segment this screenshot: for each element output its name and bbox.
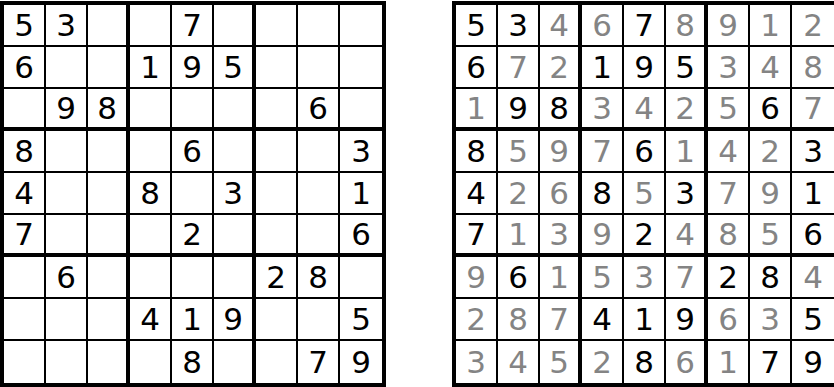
solution-cell-r5c4: 8	[582, 173, 624, 215]
solution-cell-r6c5: 2	[624, 215, 666, 257]
solution-cell-r7c8: 8	[750, 257, 792, 299]
solution-cell-r8c5: 1	[624, 299, 666, 341]
solution-cell-r2c3: 2	[540, 47, 582, 89]
solution-cell-r9c3: 5	[540, 341, 582, 383]
solution-cell-r5c3: 6	[540, 173, 582, 215]
puzzle-cell-r5c8	[298, 173, 340, 215]
solution-cell-r1c4: 6	[582, 5, 624, 47]
solution-cell-r9c5: 8	[624, 341, 666, 383]
puzzle-cell-r2c6: 5	[214, 47, 256, 89]
puzzle-cell-r1c6	[214, 5, 256, 47]
puzzle-cell-r2c1: 6	[4, 47, 46, 89]
solution-cell-r7c3: 1	[540, 257, 582, 299]
puzzle-cell-r1c9	[340, 5, 382, 47]
puzzle-cell-r6c7	[256, 215, 298, 257]
solution-cell-r8c2: 8	[498, 299, 540, 341]
solution-cell-r5c5: 5	[624, 173, 666, 215]
puzzle-cell-r6c5: 2	[172, 215, 214, 257]
puzzle-cell-r3c9	[340, 89, 382, 131]
puzzle-cell-r1c2: 3	[46, 5, 88, 47]
solution-cell-r7c2: 6	[498, 257, 540, 299]
solution-cell-r1c1: 5	[456, 5, 498, 47]
puzzle-cell-r3c4	[130, 89, 172, 131]
puzzle-cell-r4c1: 8	[4, 131, 46, 173]
puzzle-cell-r7c6	[214, 257, 256, 299]
solution-cell-r3c1: 1	[456, 89, 498, 131]
sudoku-diagram: 537619598686348317266284195879 534678912…	[0, 0, 834, 387]
puzzle-cell-r6c3	[88, 215, 130, 257]
solution-cell-r3c5: 4	[624, 89, 666, 131]
solution-cell-r1c8: 1	[750, 5, 792, 47]
puzzle-cell-r4c5: 6	[172, 131, 214, 173]
puzzle-cell-r8c2	[46, 299, 88, 341]
solution-cell-r2c7: 3	[708, 47, 750, 89]
puzzle-cell-r2c2	[46, 47, 88, 89]
puzzle-cell-r4c8	[298, 131, 340, 173]
puzzle-cell-r6c2	[46, 215, 88, 257]
puzzle-cell-r9c3	[88, 341, 130, 383]
solution-cell-r7c5: 3	[624, 257, 666, 299]
solution-cell-r7c9: 4	[792, 257, 834, 299]
puzzle-cell-r1c3	[88, 5, 130, 47]
puzzle-cell-r5c9: 1	[340, 173, 382, 215]
puzzle-cell-r1c8	[298, 5, 340, 47]
solution-cell-r5c1: 4	[456, 173, 498, 215]
solution-cell-r4c7: 4	[708, 131, 750, 173]
solution-cell-r4c5: 6	[624, 131, 666, 173]
solution-cell-r6c9: 6	[792, 215, 834, 257]
puzzle-cell-r7c8: 8	[298, 257, 340, 299]
puzzle-cell-r2c8	[298, 47, 340, 89]
solution-cell-r4c2: 5	[498, 131, 540, 173]
puzzle-cell-r1c5: 7	[172, 5, 214, 47]
solution-cell-r4c9: 3	[792, 131, 834, 173]
puzzle-cell-r2c4: 1	[130, 47, 172, 89]
puzzle-cell-r8c4: 4	[130, 299, 172, 341]
solution-cell-r2c2: 7	[498, 47, 540, 89]
solution-cell-r5c2: 2	[498, 173, 540, 215]
solution-cell-r4c8: 2	[750, 131, 792, 173]
puzzle-cell-r5c3	[88, 173, 130, 215]
puzzle-cell-r3c2: 9	[46, 89, 88, 131]
puzzle-cell-r7c7: 2	[256, 257, 298, 299]
puzzle-cell-r3c3: 8	[88, 89, 130, 131]
puzzle-cell-r8c7	[256, 299, 298, 341]
puzzle-cell-r4c6	[214, 131, 256, 173]
solution-cell-r5c6: 3	[666, 173, 708, 215]
solution-cell-r8c8: 3	[750, 299, 792, 341]
puzzle-cell-r8c3	[88, 299, 130, 341]
puzzle-cell-r9c2	[46, 341, 88, 383]
solution-cell-r3c3: 8	[540, 89, 582, 131]
solution-cell-r6c8: 5	[750, 215, 792, 257]
puzzle-cell-r3c8: 6	[298, 89, 340, 131]
solution-cell-r8c6: 9	[666, 299, 708, 341]
solution-cell-r8c7: 6	[708, 299, 750, 341]
puzzle-cell-r6c8	[298, 215, 340, 257]
solution-cell-r9c4: 2	[582, 341, 624, 383]
solution-cell-r7c7: 2	[708, 257, 750, 299]
puzzle-cell-r8c9: 5	[340, 299, 382, 341]
solution-cell-r9c7: 1	[708, 341, 750, 383]
puzzle-cell-r6c9: 6	[340, 215, 382, 257]
solution-cell-r2c4: 1	[582, 47, 624, 89]
puzzle-cell-r9c4	[130, 341, 172, 383]
puzzle-cell-r5c7	[256, 173, 298, 215]
solution-cell-r4c3: 9	[540, 131, 582, 173]
solution-cell-r5c9: 1	[792, 173, 834, 215]
solution-cell-r4c1: 8	[456, 131, 498, 173]
solution-cell-r3c2: 9	[498, 89, 540, 131]
puzzle-cell-r9c1	[4, 341, 46, 383]
solution-cell-r8c3: 7	[540, 299, 582, 341]
solution-cell-r1c6: 8	[666, 5, 708, 47]
solution-cell-r3c9: 7	[792, 89, 834, 131]
puzzle-cell-r1c1: 5	[4, 5, 46, 47]
puzzle-cell-r4c7	[256, 131, 298, 173]
puzzle-cell-r5c6: 3	[214, 173, 256, 215]
solution-cell-r2c8: 4	[750, 47, 792, 89]
puzzle-cell-r3c1	[4, 89, 46, 131]
solution-cell-r2c6: 5	[666, 47, 708, 89]
solution-cell-r7c1: 9	[456, 257, 498, 299]
solution-cell-r9c6: 6	[666, 341, 708, 383]
solution-board: 5346789126721953481983425678597614234268…	[452, 1, 834, 387]
puzzle-cell-r7c3	[88, 257, 130, 299]
solution-cell-r6c1: 7	[456, 215, 498, 257]
solution-cell-r1c5: 7	[624, 5, 666, 47]
solution-cell-r7c6: 7	[666, 257, 708, 299]
puzzle-cell-r9c9: 9	[340, 341, 382, 383]
solution-cell-r1c9: 2	[792, 5, 834, 47]
puzzle-cell-r9c6	[214, 341, 256, 383]
solution-cell-r2c9: 8	[792, 47, 834, 89]
puzzle-cell-r6c4	[130, 215, 172, 257]
puzzle-cell-r5c5	[172, 173, 214, 215]
puzzle-cell-r5c1: 4	[4, 173, 46, 215]
solution-cell-r8c1: 2	[456, 299, 498, 341]
puzzle-cell-r6c1: 7	[4, 215, 46, 257]
solution-cell-r8c4: 4	[582, 299, 624, 341]
puzzle-board: 537619598686348317266284195879	[0, 1, 386, 387]
puzzle-cell-r6c6	[214, 215, 256, 257]
solution-cell-r5c7: 7	[708, 173, 750, 215]
puzzle-cell-r7c5	[172, 257, 214, 299]
puzzle-cell-r7c2: 6	[46, 257, 88, 299]
puzzle-cell-r2c7	[256, 47, 298, 89]
puzzle-cell-r4c4	[130, 131, 172, 173]
puzzle-cell-r2c5: 9	[172, 47, 214, 89]
solution-cell-r1c2: 3	[498, 5, 540, 47]
solution-cell-r2c1: 6	[456, 47, 498, 89]
solution-cell-r6c2: 1	[498, 215, 540, 257]
puzzle-cell-r7c4	[130, 257, 172, 299]
puzzle-cell-r9c5: 8	[172, 341, 214, 383]
puzzle-cell-r8c1	[4, 299, 46, 341]
solution-cell-r9c9: 9	[792, 341, 834, 383]
puzzle-cell-r3c7	[256, 89, 298, 131]
puzzle-cell-r5c2	[46, 173, 88, 215]
solution-cell-r3c7: 5	[708, 89, 750, 131]
solution-cell-r2c5: 9	[624, 47, 666, 89]
puzzle-cell-r7c9	[340, 257, 382, 299]
solution-cell-r3c6: 2	[666, 89, 708, 131]
puzzle-cell-r4c9: 3	[340, 131, 382, 173]
solution-cell-r8c9: 5	[792, 299, 834, 341]
puzzle-cell-r7c1	[4, 257, 46, 299]
puzzle-cell-r5c4: 8	[130, 173, 172, 215]
puzzle-cell-r8c8	[298, 299, 340, 341]
solution-cell-r5c8: 9	[750, 173, 792, 215]
puzzle-cell-r3c5	[172, 89, 214, 131]
solution-cell-r4c6: 1	[666, 131, 708, 173]
solution-cell-r4c4: 7	[582, 131, 624, 173]
puzzle-cell-r1c4	[130, 5, 172, 47]
puzzle-cell-r2c9	[340, 47, 382, 89]
puzzle-cell-r2c3	[88, 47, 130, 89]
puzzle-cell-r4c3	[88, 131, 130, 173]
puzzle-cell-r8c6: 9	[214, 299, 256, 341]
solution-cell-r9c8: 7	[750, 341, 792, 383]
solution-cell-r6c3: 3	[540, 215, 582, 257]
solution-cell-r3c4: 3	[582, 89, 624, 131]
solution-cell-r6c7: 8	[708, 215, 750, 257]
solution-cell-r6c6: 4	[666, 215, 708, 257]
puzzle-cell-r3c6	[214, 89, 256, 131]
puzzle-cell-r9c7	[256, 341, 298, 383]
solution-cell-r1c7: 9	[708, 5, 750, 47]
puzzle-cell-r9c8: 7	[298, 341, 340, 383]
puzzle-cell-r4c2	[46, 131, 88, 173]
solution-cell-r3c8: 6	[750, 89, 792, 131]
solution-cell-r1c3: 4	[540, 5, 582, 47]
solution-cell-r9c2: 4	[498, 341, 540, 383]
solution-cell-r9c1: 3	[456, 341, 498, 383]
puzzle-cell-r8c5: 1	[172, 299, 214, 341]
solution-cell-r7c4: 5	[582, 257, 624, 299]
puzzle-cell-r1c7	[256, 5, 298, 47]
solution-cell-r6c4: 9	[582, 215, 624, 257]
